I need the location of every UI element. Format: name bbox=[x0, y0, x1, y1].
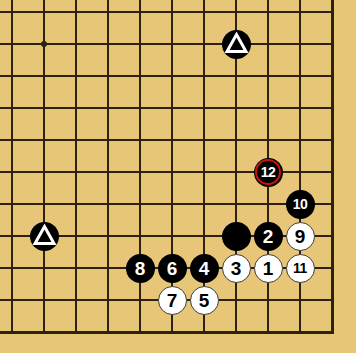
triangle-mark-icon bbox=[30, 222, 59, 251]
stone-black-move-12-R6[interactable]: 12 bbox=[254, 158, 283, 187]
stone-number: 12 bbox=[261, 165, 276, 179]
stone-white-move-11-S3[interactable]: 11 bbox=[286, 254, 315, 283]
go-board-diagram: 123456789101112 bbox=[0, 0, 356, 353]
go-board[interactable]: 123456789101112 bbox=[0, 0, 348, 348]
stone-black-move-8-N3[interactable]: 8 bbox=[126, 254, 155, 283]
stone-number: 3 bbox=[231, 259, 242, 278]
stone-black-triangle-K4[interactable] bbox=[30, 222, 59, 251]
stone-black-move-4-P3[interactable]: 4 bbox=[190, 254, 219, 283]
stone-number: 5 bbox=[199, 291, 210, 310]
stone-black-triangle-Q10[interactable] bbox=[222, 30, 251, 59]
stone-number: 10 bbox=[293, 197, 308, 211]
stone-number: 8 bbox=[135, 259, 146, 278]
stone-black-move-6-O3[interactable]: 6 bbox=[158, 254, 187, 283]
stone-black-Q4[interactable] bbox=[222, 222, 251, 251]
stone-number: 2 bbox=[263, 227, 274, 246]
stone-white-move-5-P2[interactable]: 5 bbox=[190, 286, 219, 315]
stone-number: 6 bbox=[167, 259, 178, 278]
stone-black-move-10-S5[interactable]: 10 bbox=[286, 190, 315, 219]
stone-white-move-1-R3[interactable]: 1 bbox=[254, 254, 283, 283]
stone-number: 4 bbox=[199, 259, 210, 278]
stone-white-move-7-O2[interactable]: 7 bbox=[158, 286, 187, 315]
star-point bbox=[41, 41, 47, 47]
stone-white-move-3-Q3[interactable]: 3 bbox=[222, 254, 251, 283]
stone-number: 1 bbox=[263, 259, 274, 278]
stone-white-move-9-S4[interactable]: 9 bbox=[286, 222, 315, 251]
stone-black-move-2-R4[interactable]: 2 bbox=[254, 222, 283, 251]
triangle-mark-icon bbox=[222, 30, 251, 59]
stone-number: 7 bbox=[167, 291, 178, 310]
stone-number: 11 bbox=[293, 261, 307, 275]
stone-number: 9 bbox=[295, 227, 306, 246]
